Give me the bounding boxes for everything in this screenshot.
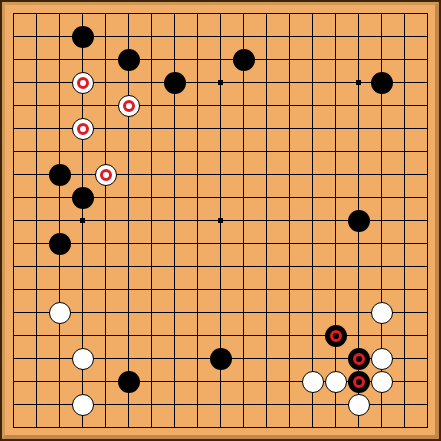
black-stone-D18[interactable]: ●: [72, 26, 94, 48]
intersection-D14[interactable]: ○: [71, 117, 94, 140]
intersection-O17[interactable]: [301, 48, 324, 71]
intersection-R6[interactable]: ○: [370, 301, 393, 324]
intersection-O10[interactable]: [301, 209, 324, 232]
intersection-H1[interactable]: [163, 416, 186, 439]
black-stone-Q10[interactable]: ●: [348, 210, 370, 232]
intersection-T17[interactable]: [416, 48, 439, 71]
intersection-M8[interactable]: [255, 255, 278, 278]
intersection-N13[interactable]: [278, 140, 301, 163]
intersection-G8[interactable]: [140, 255, 163, 278]
intersection-G15[interactable]: [140, 94, 163, 117]
intersection-H10[interactable]: [163, 209, 186, 232]
intersection-E17[interactable]: [94, 48, 117, 71]
intersection-E9[interactable]: [94, 232, 117, 255]
intersection-B10[interactable]: [25, 209, 48, 232]
intersection-S11[interactable]: [393, 186, 416, 209]
intersection-D18[interactable]: ●: [71, 25, 94, 48]
intersection-F7[interactable]: [117, 278, 140, 301]
intersection-E7[interactable]: [94, 278, 117, 301]
intersection-J3[interactable]: [186, 370, 209, 393]
intersection-Q14[interactable]: [347, 117, 370, 140]
intersection-Q2[interactable]: ○: [347, 393, 370, 416]
intersection-J17[interactable]: [186, 48, 209, 71]
white-stone-D4[interactable]: ○: [72, 348, 94, 370]
intersection-C9[interactable]: ●: [48, 232, 71, 255]
intersection-B6[interactable]: [25, 301, 48, 324]
intersection-S2[interactable]: [393, 393, 416, 416]
intersection-S1[interactable]: [393, 416, 416, 439]
intersection-N9[interactable]: [278, 232, 301, 255]
intersection-N2[interactable]: [278, 393, 301, 416]
intersection-C11[interactable]: [48, 186, 71, 209]
intersection-M11[interactable]: [255, 186, 278, 209]
intersection-M14[interactable]: [255, 117, 278, 140]
intersection-N3[interactable]: [278, 370, 301, 393]
intersection-N14[interactable]: [278, 117, 301, 140]
intersection-P13[interactable]: [324, 140, 347, 163]
intersection-L19[interactable]: [232, 2, 255, 25]
intersection-A17[interactable]: [2, 48, 25, 71]
intersection-F17[interactable]: ●: [117, 48, 140, 71]
intersection-O11[interactable]: [301, 186, 324, 209]
intersection-E4[interactable]: [94, 347, 117, 370]
intersection-B14[interactable]: [25, 117, 48, 140]
intersection-N7[interactable]: [278, 278, 301, 301]
white-stone-R3[interactable]: ○: [371, 371, 393, 393]
intersection-K12[interactable]: [209, 163, 232, 186]
intersection-R11[interactable]: [370, 186, 393, 209]
intersection-J1[interactable]: [186, 416, 209, 439]
intersection-P4[interactable]: [324, 347, 347, 370]
intersection-Q16[interactable]: [347, 71, 370, 94]
intersection-S13[interactable]: [393, 140, 416, 163]
intersection-F10[interactable]: [117, 209, 140, 232]
intersection-B16[interactable]: [25, 71, 48, 94]
intersection-S8[interactable]: [393, 255, 416, 278]
intersection-B8[interactable]: [25, 255, 48, 278]
intersection-G4[interactable]: [140, 347, 163, 370]
intersection-G10[interactable]: [140, 209, 163, 232]
intersection-L7[interactable]: [232, 278, 255, 301]
intersection-G16[interactable]: [140, 71, 163, 94]
intersection-P3[interactable]: ○: [324, 370, 347, 393]
intersection-A14[interactable]: [2, 117, 25, 140]
intersection-G5[interactable]: [140, 324, 163, 347]
intersection-G17[interactable]: [140, 48, 163, 71]
intersection-S7[interactable]: [393, 278, 416, 301]
black-stone-F3[interactable]: ●: [118, 371, 140, 393]
intersection-L14[interactable]: [232, 117, 255, 140]
intersection-L11[interactable]: [232, 186, 255, 209]
intersection-R19[interactable]: [370, 2, 393, 25]
intersection-B2[interactable]: [25, 393, 48, 416]
intersection-H12[interactable]: [163, 163, 186, 186]
intersection-E6[interactable]: [94, 301, 117, 324]
intersection-J11[interactable]: [186, 186, 209, 209]
intersection-C1[interactable]: [48, 416, 71, 439]
intersection-C2[interactable]: [48, 393, 71, 416]
intersection-H19[interactable]: [163, 2, 186, 25]
intersection-P10[interactable]: [324, 209, 347, 232]
intersection-D11[interactable]: ●: [71, 186, 94, 209]
intersection-E15[interactable]: [94, 94, 117, 117]
intersection-E1[interactable]: [94, 416, 117, 439]
intersection-D17[interactable]: [71, 48, 94, 71]
intersection-M19[interactable]: [255, 2, 278, 25]
black-stone-K4[interactable]: ●: [210, 348, 232, 370]
intersection-M12[interactable]: [255, 163, 278, 186]
intersection-N19[interactable]: [278, 2, 301, 25]
intersection-A18[interactable]: [2, 25, 25, 48]
intersection-Q18[interactable]: [347, 25, 370, 48]
intersection-P7[interactable]: [324, 278, 347, 301]
intersection-C4[interactable]: [48, 347, 71, 370]
intersection-Q10[interactable]: ●: [347, 209, 370, 232]
intersection-L2[interactable]: [232, 393, 255, 416]
intersection-O2[interactable]: [301, 393, 324, 416]
intersection-T14[interactable]: [416, 117, 439, 140]
intersection-M15[interactable]: [255, 94, 278, 117]
intersection-S9[interactable]: [393, 232, 416, 255]
black-stone-F17[interactable]: ●: [118, 49, 140, 71]
intersection-J13[interactable]: [186, 140, 209, 163]
intersection-L6[interactable]: [232, 301, 255, 324]
intersection-K9[interactable]: [209, 232, 232, 255]
intersection-A3[interactable]: [2, 370, 25, 393]
intersection-B4[interactable]: [25, 347, 48, 370]
intersection-S12[interactable]: [393, 163, 416, 186]
intersection-O14[interactable]: [301, 117, 324, 140]
intersection-M5[interactable]: [255, 324, 278, 347]
intersection-D6[interactable]: [71, 301, 94, 324]
intersection-G7[interactable]: [140, 278, 163, 301]
intersection-H5[interactable]: [163, 324, 186, 347]
intersection-N18[interactable]: [278, 25, 301, 48]
intersection-S14[interactable]: [393, 117, 416, 140]
intersection-N5[interactable]: [278, 324, 301, 347]
intersection-B3[interactable]: [25, 370, 48, 393]
intersection-T4[interactable]: [416, 347, 439, 370]
intersection-F2[interactable]: [117, 393, 140, 416]
intersection-Q12[interactable]: [347, 163, 370, 186]
intersection-Q5[interactable]: [347, 324, 370, 347]
intersection-K19[interactable]: [209, 2, 232, 25]
intersection-M9[interactable]: [255, 232, 278, 255]
intersection-N11[interactable]: [278, 186, 301, 209]
intersection-F16[interactable]: [117, 71, 140, 94]
intersection-M2[interactable]: [255, 393, 278, 416]
intersection-E19[interactable]: [94, 2, 117, 25]
intersection-T11[interactable]: [416, 186, 439, 209]
intersection-F4[interactable]: [117, 347, 140, 370]
intersection-L4[interactable]: [232, 347, 255, 370]
intersection-B5[interactable]: [25, 324, 48, 347]
intersection-J6[interactable]: [186, 301, 209, 324]
intersection-D19[interactable]: [71, 2, 94, 25]
intersection-J4[interactable]: [186, 347, 209, 370]
intersection-O13[interactable]: [301, 140, 324, 163]
intersection-R15[interactable]: [370, 94, 393, 117]
intersection-S18[interactable]: [393, 25, 416, 48]
intersection-A2[interactable]: [2, 393, 25, 416]
intersection-L12[interactable]: [232, 163, 255, 186]
intersection-N4[interactable]: [278, 347, 301, 370]
intersection-E10[interactable]: [94, 209, 117, 232]
intersection-S6[interactable]: [393, 301, 416, 324]
intersection-N8[interactable]: [278, 255, 301, 278]
intersection-M16[interactable]: [255, 71, 278, 94]
intersection-N10[interactable]: [278, 209, 301, 232]
intersection-D8[interactable]: [71, 255, 94, 278]
intersection-R16[interactable]: ●: [370, 71, 393, 94]
intersection-C10[interactable]: [48, 209, 71, 232]
intersection-H15[interactable]: [163, 94, 186, 117]
white-stone-C6[interactable]: ○: [49, 302, 71, 324]
white-stone-R6[interactable]: ○: [371, 302, 393, 324]
intersection-R3[interactable]: ○: [370, 370, 393, 393]
intersection-C15[interactable]: [48, 94, 71, 117]
intersection-F6[interactable]: [117, 301, 140, 324]
intersection-S3[interactable]: [393, 370, 416, 393]
intersection-J16[interactable]: [186, 71, 209, 94]
intersection-B19[interactable]: [25, 2, 48, 25]
intersection-R10[interactable]: [370, 209, 393, 232]
intersection-F11[interactable]: [117, 186, 140, 209]
intersection-J7[interactable]: [186, 278, 209, 301]
intersection-A8[interactable]: [2, 255, 25, 278]
intersection-K7[interactable]: [209, 278, 232, 301]
intersection-H6[interactable]: [163, 301, 186, 324]
intersection-B15[interactable]: [25, 94, 48, 117]
intersection-P15[interactable]: [324, 94, 347, 117]
intersection-D2[interactable]: ○: [71, 393, 94, 416]
intersection-A7[interactable]: [2, 278, 25, 301]
intersection-L3[interactable]: [232, 370, 255, 393]
intersection-F9[interactable]: [117, 232, 140, 255]
intersection-K1[interactable]: [209, 416, 232, 439]
white-stone-R4[interactable]: ○: [371, 348, 393, 370]
black-stone-C12[interactable]: ●: [49, 164, 71, 186]
intersection-T5[interactable]: [416, 324, 439, 347]
intersection-E14[interactable]: [94, 117, 117, 140]
intersection-T13[interactable]: [416, 140, 439, 163]
intersection-C8[interactable]: [48, 255, 71, 278]
white-stone-O3[interactable]: ○: [302, 371, 324, 393]
intersection-F15[interactable]: ○: [117, 94, 140, 117]
intersection-F19[interactable]: [117, 2, 140, 25]
intersection-A13[interactable]: [2, 140, 25, 163]
white-stone-D2[interactable]: ○: [72, 394, 94, 416]
intersection-M18[interactable]: [255, 25, 278, 48]
intersection-L15[interactable]: [232, 94, 255, 117]
intersection-P1[interactable]: [324, 416, 347, 439]
intersection-A15[interactable]: [2, 94, 25, 117]
intersection-T19[interactable]: [416, 2, 439, 25]
intersection-C13[interactable]: [48, 140, 71, 163]
intersection-S17[interactable]: [393, 48, 416, 71]
intersection-D13[interactable]: [71, 140, 94, 163]
intersection-N15[interactable]: [278, 94, 301, 117]
intersection-T7[interactable]: [416, 278, 439, 301]
intersection-O19[interactable]: [301, 2, 324, 25]
intersection-E2[interactable]: [94, 393, 117, 416]
intersection-H3[interactable]: [163, 370, 186, 393]
intersection-A6[interactable]: [2, 301, 25, 324]
intersection-F18[interactable]: [117, 25, 140, 48]
intersection-O4[interactable]: [301, 347, 324, 370]
intersection-F12[interactable]: [117, 163, 140, 186]
intersection-L18[interactable]: [232, 25, 255, 48]
intersection-P12[interactable]: [324, 163, 347, 186]
intersection-G19[interactable]: [140, 2, 163, 25]
intersection-K11[interactable]: [209, 186, 232, 209]
intersection-H17[interactable]: [163, 48, 186, 71]
intersection-E3[interactable]: [94, 370, 117, 393]
intersection-O7[interactable]: [301, 278, 324, 301]
intersection-O8[interactable]: [301, 255, 324, 278]
intersection-Q19[interactable]: [347, 2, 370, 25]
intersection-K10[interactable]: [209, 209, 232, 232]
intersection-C12[interactable]: ●: [48, 163, 71, 186]
intersection-D5[interactable]: [71, 324, 94, 347]
intersection-G11[interactable]: [140, 186, 163, 209]
intersection-Q4[interactable]: ●: [347, 347, 370, 370]
intersection-K6[interactable]: [209, 301, 232, 324]
intersection-N12[interactable]: [278, 163, 301, 186]
intersection-G3[interactable]: [140, 370, 163, 393]
intersection-M10[interactable]: [255, 209, 278, 232]
intersection-E16[interactable]: [94, 71, 117, 94]
intersection-D16[interactable]: ○: [71, 71, 94, 94]
intersection-M4[interactable]: [255, 347, 278, 370]
intersection-T12[interactable]: [416, 163, 439, 186]
intersection-P14[interactable]: [324, 117, 347, 140]
intersection-Q15[interactable]: [347, 94, 370, 117]
intersection-D3[interactable]: [71, 370, 94, 393]
intersection-Q17[interactable]: [347, 48, 370, 71]
intersection-P17[interactable]: [324, 48, 347, 71]
intersection-H11[interactable]: [163, 186, 186, 209]
intersection-S15[interactable]: [393, 94, 416, 117]
intersection-A4[interactable]: [2, 347, 25, 370]
intersection-P19[interactable]: [324, 2, 347, 25]
intersection-K3[interactable]: [209, 370, 232, 393]
intersection-L13[interactable]: [232, 140, 255, 163]
intersection-D9[interactable]: [71, 232, 94, 255]
intersection-B17[interactable]: [25, 48, 48, 71]
intersection-O16[interactable]: [301, 71, 324, 94]
intersection-R13[interactable]: [370, 140, 393, 163]
intersection-H8[interactable]: [163, 255, 186, 278]
intersection-G14[interactable]: [140, 117, 163, 140]
intersection-J19[interactable]: [186, 2, 209, 25]
go-board[interactable]: ●●●○●●○○●○●●●○○●○●●○●○○●○○○: [0, 0, 441, 441]
black-stone-D11[interactable]: ●: [72, 187, 94, 209]
intersection-P2[interactable]: [324, 393, 347, 416]
intersection-J18[interactable]: [186, 25, 209, 48]
intersection-J15[interactable]: [186, 94, 209, 117]
intersection-J10[interactable]: [186, 209, 209, 232]
intersection-O18[interactable]: [301, 25, 324, 48]
black-stone-Q3[interactable]: ●: [348, 371, 370, 393]
intersection-K4[interactable]: ●: [209, 347, 232, 370]
intersection-A11[interactable]: [2, 186, 25, 209]
intersection-J8[interactable]: [186, 255, 209, 278]
intersection-F3[interactable]: ●: [117, 370, 140, 393]
intersection-G13[interactable]: [140, 140, 163, 163]
intersection-C14[interactable]: [48, 117, 71, 140]
intersection-G9[interactable]: [140, 232, 163, 255]
intersection-Q9[interactable]: [347, 232, 370, 255]
intersection-J14[interactable]: [186, 117, 209, 140]
intersection-T8[interactable]: [416, 255, 439, 278]
intersection-Q6[interactable]: [347, 301, 370, 324]
intersection-L9[interactable]: [232, 232, 255, 255]
intersection-H16[interactable]: ●: [163, 71, 186, 94]
intersection-A1[interactable]: [2, 416, 25, 439]
intersection-N17[interactable]: [278, 48, 301, 71]
intersection-T10[interactable]: [416, 209, 439, 232]
intersection-R2[interactable]: [370, 393, 393, 416]
intersection-K8[interactable]: [209, 255, 232, 278]
intersection-R1[interactable]: [370, 416, 393, 439]
intersection-B18[interactable]: [25, 25, 48, 48]
intersection-H2[interactable]: [163, 393, 186, 416]
intersection-F8[interactable]: [117, 255, 140, 278]
intersection-E12[interactable]: ○: [94, 163, 117, 186]
intersection-K16[interactable]: [209, 71, 232, 94]
intersection-S5[interactable]: [393, 324, 416, 347]
intersection-R18[interactable]: [370, 25, 393, 48]
intersection-B9[interactable]: [25, 232, 48, 255]
intersection-R8[interactable]: [370, 255, 393, 278]
intersection-B7[interactable]: [25, 278, 48, 301]
intersection-J2[interactable]: [186, 393, 209, 416]
black-stone-P5[interactable]: ●: [325, 325, 347, 347]
intersection-M6[interactable]: [255, 301, 278, 324]
white-stone-F15[interactable]: ○: [118, 95, 140, 117]
intersection-E18[interactable]: [94, 25, 117, 48]
intersection-P11[interactable]: [324, 186, 347, 209]
intersection-A16[interactable]: [2, 71, 25, 94]
intersection-J5[interactable]: [186, 324, 209, 347]
intersection-A10[interactable]: [2, 209, 25, 232]
intersection-E13[interactable]: [94, 140, 117, 163]
intersection-P8[interactable]: [324, 255, 347, 278]
intersection-S16[interactable]: [393, 71, 416, 94]
intersection-K18[interactable]: [209, 25, 232, 48]
intersection-C19[interactable]: [48, 2, 71, 25]
intersection-T2[interactable]: [416, 393, 439, 416]
white-stone-E12[interactable]: ○: [95, 164, 117, 186]
intersection-G6[interactable]: [140, 301, 163, 324]
intersection-O3[interactable]: ○: [301, 370, 324, 393]
intersection-N1[interactable]: [278, 416, 301, 439]
intersection-Q3[interactable]: ●: [347, 370, 370, 393]
intersection-R7[interactable]: [370, 278, 393, 301]
intersection-B11[interactable]: [25, 186, 48, 209]
intersection-T15[interactable]: [416, 94, 439, 117]
intersection-C3[interactable]: [48, 370, 71, 393]
intersection-S19[interactable]: [393, 2, 416, 25]
intersection-H9[interactable]: [163, 232, 186, 255]
intersection-T1[interactable]: [416, 416, 439, 439]
intersection-P16[interactable]: [324, 71, 347, 94]
intersection-D12[interactable]: [71, 163, 94, 186]
intersection-D1[interactable]: [71, 416, 94, 439]
black-stone-C9[interactable]: ●: [49, 233, 71, 255]
intersection-F14[interactable]: [117, 117, 140, 140]
